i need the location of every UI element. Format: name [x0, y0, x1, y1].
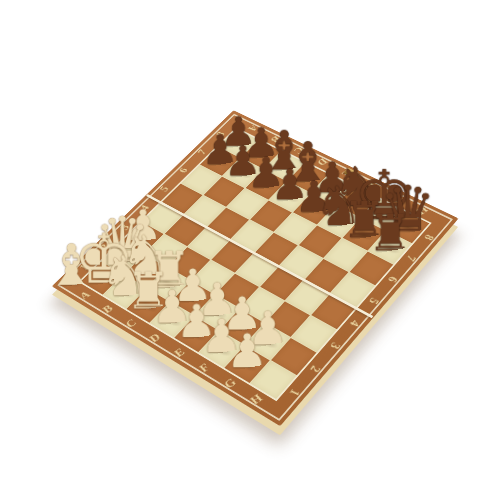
board-face: AABBCCDDEEFFGGHH1122334455667788 ♟♟♝♝♟♞♚… — [52, 110, 459, 426]
chess-board: AABBCCDDEEFFGGHH1122334455667788 ♟♟♝♝♟♞♚… — [52, 110, 459, 426]
product-photo-stage: AABBCCDDEEFFGGHH1122334455667788 ♟♟♝♝♟♞♚… — [0, 0, 500, 500]
pieces-layer: ♟♟♝♝♟♞♚♛♟♟♟♟♟♞♜♜♟♛♞♜♟♟♟♟♚♞♜♟♟♟♟♝ — [52, 110, 459, 426]
